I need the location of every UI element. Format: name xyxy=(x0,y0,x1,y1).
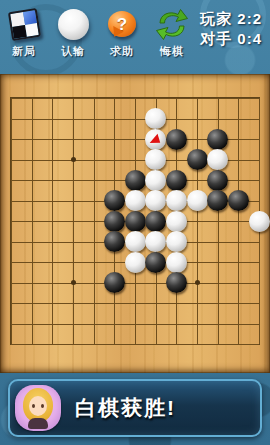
undo-arrows-icon xyxy=(148,4,196,44)
board-grid[interactable] xyxy=(0,74,270,373)
black-stone xyxy=(125,170,146,191)
white-stone xyxy=(166,211,187,232)
black-stone xyxy=(166,170,187,191)
white-stone xyxy=(125,231,146,252)
grid-line-vertical xyxy=(238,98,239,344)
white-stone xyxy=(166,231,187,252)
black-stone xyxy=(187,149,208,170)
new-game-button[interactable]: 新局 xyxy=(0,4,48,59)
opponent-score: 对手 0:4 xyxy=(200,29,262,49)
star-point xyxy=(195,280,200,285)
star-point xyxy=(71,280,76,285)
toolbar: 新局 认输 ? 求助 悔棋 玩家 2:2 对手 0:4 xyxy=(0,0,270,74)
new-game-board-icon xyxy=(0,4,48,44)
gomoku-app-screen: 新局 认输 ? 求助 悔棋 玩家 2:2 对手 0:4 xyxy=(0,0,270,445)
help-question-bubble-icon: ? xyxy=(98,4,146,44)
black-stone xyxy=(166,272,187,293)
resign-label: 认输 xyxy=(49,44,97,59)
white-stone xyxy=(166,252,187,273)
grid-line-horizontal xyxy=(11,324,259,325)
white-stone xyxy=(166,190,187,211)
grid-line-horizontal xyxy=(11,344,259,345)
black-stone xyxy=(104,272,125,293)
result-text: 白棋获胜! xyxy=(75,394,176,422)
white-stone-icon xyxy=(49,4,97,44)
player-score: 玩家 2:2 xyxy=(200,9,262,29)
black-stone xyxy=(104,211,125,232)
black-stone xyxy=(207,170,228,191)
white-stone xyxy=(125,252,146,273)
white-stone xyxy=(125,190,146,211)
last-move-marker xyxy=(149,133,161,145)
black-stone xyxy=(145,252,166,273)
black-stone xyxy=(145,211,166,232)
black-stone xyxy=(104,190,125,211)
new-game-label: 新局 xyxy=(0,44,48,59)
white-stone xyxy=(187,190,208,211)
white-stone xyxy=(249,211,270,232)
black-stone xyxy=(104,231,125,252)
player-avatar xyxy=(15,385,61,431)
help-label: 求助 xyxy=(98,44,146,59)
star-point xyxy=(71,157,76,162)
score-panel: 玩家 2:2 对手 0:4 xyxy=(200,9,262,49)
white-stone xyxy=(145,129,166,150)
grid-line-horizontal xyxy=(11,283,259,284)
black-stone xyxy=(166,129,187,150)
white-stone xyxy=(145,170,166,191)
resign-button[interactable]: 认输 xyxy=(49,4,97,59)
black-stone xyxy=(228,190,249,211)
result-banner: 白棋获胜! xyxy=(8,379,262,437)
undo-label: 悔棋 xyxy=(148,44,196,59)
black-stone xyxy=(207,129,228,150)
help-button[interactable]: ? 求助 xyxy=(98,4,146,59)
black-stone xyxy=(125,211,146,232)
grid-line-horizontal xyxy=(11,303,259,304)
grid-line-vertical xyxy=(197,98,198,344)
undo-move-button[interactable]: 悔棋 xyxy=(148,4,196,59)
